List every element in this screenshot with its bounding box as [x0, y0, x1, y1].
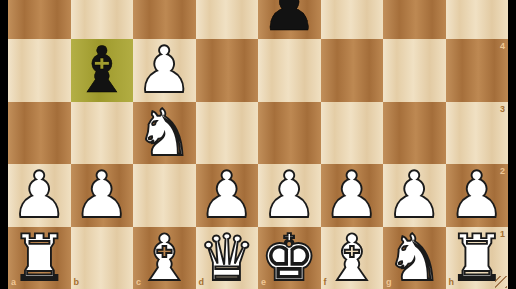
file-label-b: b	[74, 278, 80, 287]
square-a2[interactable]: ♟	[8, 164, 71, 227]
square-e5[interactable]: ♟	[258, 0, 321, 39]
rank-label-2: 2	[500, 167, 505, 176]
square-e3[interactable]	[258, 102, 321, 165]
square-g3[interactable]	[383, 102, 446, 165]
file-label-a: a	[11, 278, 16, 287]
rank-label-4: 4	[500, 42, 505, 51]
white-pawn[interactable]: ♟	[71, 164, 134, 227]
white-pawn[interactable]: ♟	[196, 164, 259, 227]
white-pawn[interactable]: ♟	[446, 164, 509, 227]
black-bishop[interactable]: ♝	[71, 39, 134, 102]
white-queen[interactable]: ♛	[196, 227, 259, 289]
square-g1[interactable]: g♞	[383, 227, 446, 289]
white-pawn[interactable]: ♟	[8, 164, 71, 227]
square-b2[interactable]: ♟	[71, 164, 134, 227]
white-knight[interactable]: ♞	[383, 227, 446, 289]
file-label-e: e	[261, 278, 266, 287]
square-a4[interactable]	[8, 39, 71, 102]
square-f4[interactable]	[321, 39, 384, 102]
rank-label-1: 1	[500, 230, 505, 239]
white-bishop[interactable]: ♝	[133, 227, 196, 289]
square-d1[interactable]: d♛	[196, 227, 259, 289]
square-d2[interactable]: ♟	[196, 164, 259, 227]
square-f1[interactable]: f♝	[321, 227, 384, 289]
square-d4[interactable]	[196, 39, 259, 102]
square-b1[interactable]: b	[71, 227, 134, 289]
white-knight[interactable]: ♞	[133, 102, 196, 165]
square-e1[interactable]: e♚	[258, 227, 321, 289]
white-rook[interactable]: ♜	[8, 227, 71, 289]
white-bishop[interactable]: ♝	[321, 227, 384, 289]
video-frame: ♟♝♟4♞3♟♟♟♟♟♟2♟a♜bc♝d♛e♚f♝g♞1h♜	[0, 0, 516, 289]
square-e4[interactable]	[258, 39, 321, 102]
square-c2[interactable]	[133, 164, 196, 227]
file-label-c: c	[136, 278, 141, 287]
square-h3[interactable]: 3	[446, 102, 509, 165]
white-king[interactable]: ♚	[258, 227, 321, 289]
square-c4[interactable]: ♟	[133, 39, 196, 102]
square-h4[interactable]: 4	[446, 39, 509, 102]
white-pawn[interactable]: ♟	[133, 39, 196, 102]
square-c3[interactable]: ♞	[133, 102, 196, 165]
white-pawn[interactable]: ♟	[258, 164, 321, 227]
square-a1[interactable]: a♜	[8, 227, 71, 289]
square-b4[interactable]: ♝	[71, 39, 134, 102]
square-e2[interactable]: ♟	[258, 164, 321, 227]
black-pawn[interactable]: ♟	[258, 0, 321, 39]
square-g5[interactable]	[383, 0, 446, 39]
square-f5[interactable]	[321, 0, 384, 39]
square-h5[interactable]	[446, 0, 509, 39]
board-resize-handle[interactable]	[495, 276, 507, 288]
file-label-g: g	[386, 278, 392, 287]
square-d5[interactable]	[196, 0, 259, 39]
file-label-h: h	[449, 278, 455, 287]
white-pawn[interactable]: ♟	[321, 164, 384, 227]
square-f3[interactable]	[321, 102, 384, 165]
square-g2[interactable]: ♟	[383, 164, 446, 227]
rank-label-3: 3	[500, 105, 505, 114]
square-f2[interactable]: ♟	[321, 164, 384, 227]
file-label-d: d	[199, 278, 205, 287]
chess-board[interactable]: ♟♝♟4♞3♟♟♟♟♟♟2♟a♜bc♝d♛e♚f♝g♞1h♜	[8, 0, 508, 289]
square-b3[interactable]	[71, 102, 134, 165]
square-c1[interactable]: c♝	[133, 227, 196, 289]
white-pawn[interactable]: ♟	[383, 164, 446, 227]
square-g4[interactable]	[383, 39, 446, 102]
file-label-f: f	[324, 278, 327, 287]
square-d3[interactable]	[196, 102, 259, 165]
square-a5[interactable]	[8, 0, 71, 39]
square-a3[interactable]	[8, 102, 71, 165]
square-h2[interactable]: 2♟	[446, 164, 509, 227]
